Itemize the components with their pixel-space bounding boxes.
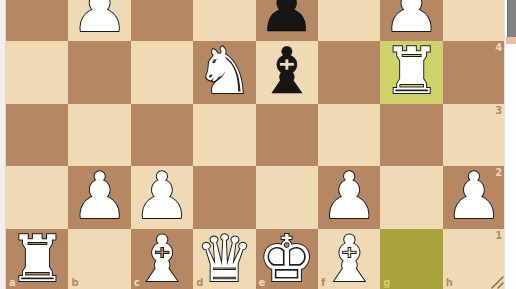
white-pawn[interactable]: ♟	[71, 0, 128, 40]
square-b5[interactable]: ♟	[68, 0, 130, 41]
square-f3[interactable]	[318, 104, 380, 166]
square-e2[interactable]	[256, 166, 318, 228]
square-c3[interactable]	[131, 104, 193, 166]
square-b1[interactable]: b	[68, 229, 130, 289]
chess-board[interactable]: ♟♟♟♞♝♜43♟♟♟♟2♜ab♝c♛d♚e♝fg1h	[6, 0, 505, 289]
square-f1[interactable]: ♝f	[318, 229, 380, 289]
square-e4[interactable]: ♝	[256, 41, 318, 103]
coord-file-g: g	[383, 278, 390, 288]
square-g3[interactable]	[380, 104, 442, 166]
white-rook[interactable]: ♜	[9, 228, 66, 289]
square-e3[interactable]	[256, 104, 318, 166]
coord-rank-4: 4	[495, 43, 502, 53]
coord-rank-3: 3	[495, 106, 502, 116]
coord-file-a: a	[9, 278, 16, 288]
square-g4[interactable]: ♜	[380, 41, 442, 103]
square-h3[interactable]: 3	[443, 104, 505, 166]
white-pawn[interactable]: ♟	[320, 165, 377, 227]
white-knight[interactable]: ♞	[196, 40, 253, 102]
square-f2[interactable]: ♟	[318, 166, 380, 228]
square-a1[interactable]: ♜a	[6, 229, 68, 289]
square-d3[interactable]	[193, 104, 255, 166]
coord-file-h: h	[446, 278, 453, 288]
square-c1[interactable]: ♝c	[131, 229, 193, 289]
square-g1[interactable]: g	[380, 229, 442, 289]
white-pawn[interactable]: ♟	[445, 165, 502, 227]
coord-file-c: c	[134, 278, 140, 288]
square-f4[interactable]	[318, 41, 380, 103]
board-resize-handle-icon[interactable]	[491, 276, 504, 289]
square-h4[interactable]: 4	[443, 41, 505, 103]
square-b3[interactable]	[68, 104, 130, 166]
coord-file-d: d	[196, 278, 203, 288]
scrollbar-thumb[interactable]	[507, 0, 516, 37]
white-queen[interactable]: ♛	[196, 228, 253, 289]
coord-file-f: f	[321, 278, 325, 288]
square-d2[interactable]	[193, 166, 255, 228]
scrollbar-track[interactable]	[504, 0, 516, 289]
coord-file-e: e	[259, 278, 266, 288]
square-a5[interactable]	[6, 0, 68, 41]
square-h5[interactable]	[443, 0, 505, 41]
square-c5[interactable]	[131, 0, 193, 41]
square-h1[interactable]: 1h	[443, 229, 505, 289]
white-king[interactable]: ♚	[258, 228, 315, 289]
square-c2[interactable]: ♟	[131, 166, 193, 228]
square-c4[interactable]	[131, 41, 193, 103]
square-h2[interactable]: ♟2	[443, 166, 505, 228]
square-a3[interactable]	[6, 104, 68, 166]
coord-file-b: b	[71, 278, 78, 288]
white-bishop[interactable]: ♝	[133, 228, 190, 289]
square-g2[interactable]	[380, 166, 442, 228]
square-b2[interactable]: ♟	[68, 166, 130, 228]
square-f5[interactable]	[318, 0, 380, 41]
square-a2[interactable]	[6, 166, 68, 228]
square-d4[interactable]: ♞	[193, 41, 255, 103]
white-pawn[interactable]: ♟	[133, 165, 190, 227]
square-e1[interactable]: ♚e	[256, 229, 318, 289]
square-b4[interactable]	[68, 41, 130, 103]
black-bishop[interactable]: ♝	[258, 40, 315, 102]
coord-rank-1: 1	[495, 231, 502, 241]
scrollbar-accent-band	[506, 37, 516, 44]
square-d1[interactable]: ♛d	[193, 229, 255, 289]
white-rook[interactable]: ♜	[383, 40, 440, 102]
coord-rank-2: 2	[495, 168, 502, 178]
white-bishop[interactable]: ♝	[320, 228, 377, 289]
square-a4[interactable]	[6, 41, 68, 103]
white-pawn[interactable]: ♟	[71, 165, 128, 227]
